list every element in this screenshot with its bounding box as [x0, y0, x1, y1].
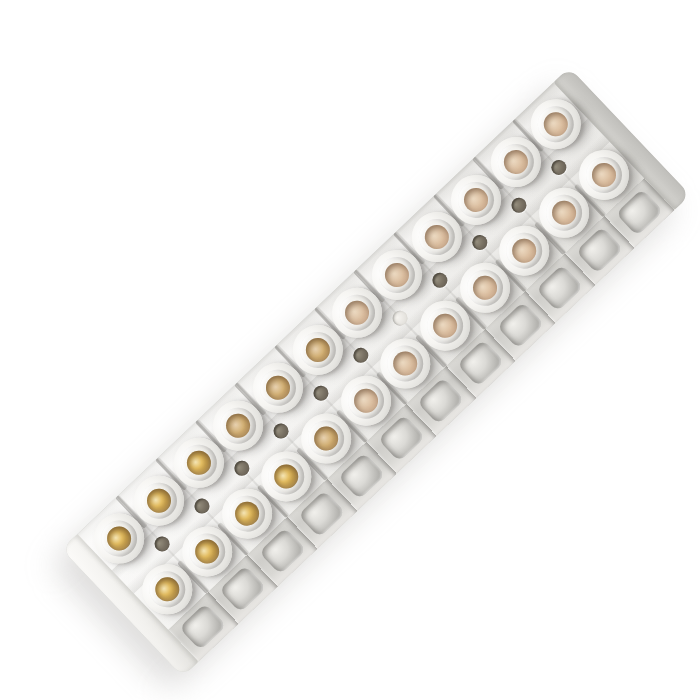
well-mouth [134, 475, 185, 526]
empty-well [349, 384, 383, 418]
product-photo [0, 0, 700, 700]
well-mouth [301, 413, 352, 464]
well-mouth [420, 300, 471, 351]
terminal-towers [80, 85, 644, 629]
well-mouth [371, 249, 422, 300]
well-mouth [142, 564, 193, 615]
brass-screw [261, 371, 295, 405]
empty-well [499, 145, 533, 179]
brass-screw [301, 333, 335, 367]
well-mouth [261, 451, 312, 502]
well-mouth [530, 99, 581, 150]
brass-screw [309, 422, 343, 456]
empty-well [587, 158, 621, 192]
empty-well [388, 346, 422, 380]
brass-screw [142, 484, 176, 518]
well-mouth [411, 212, 462, 263]
well-mouth [499, 225, 550, 276]
well-mouth [340, 376, 391, 427]
well-mouth [213, 400, 264, 451]
well-mouth [94, 513, 145, 564]
well-mouth [451, 174, 502, 225]
brass-screw [151, 572, 185, 606]
well-mouth [182, 526, 233, 577]
brass-screw [230, 497, 264, 531]
well-mouth [490, 137, 541, 188]
terminal-block-strip [62, 67, 691, 677]
empty-well [380, 258, 414, 292]
brass-screw [270, 459, 304, 493]
empty-well [547, 196, 581, 230]
well-mouth [539, 187, 590, 238]
empty-well [340, 296, 374, 330]
well-mouth [332, 287, 383, 338]
brass-screw [190, 535, 224, 569]
empty-well [539, 107, 573, 141]
strip-body [62, 67, 691, 677]
well-mouth [173, 438, 224, 489]
empty-well [459, 183, 493, 217]
well-mouth [459, 263, 510, 314]
well-mouth [380, 338, 431, 389]
well-mouth [253, 362, 304, 413]
well-mouth [578, 150, 629, 201]
empty-well [420, 220, 454, 254]
brass-screw [182, 446, 216, 480]
empty-well [468, 271, 502, 305]
brass-screw [221, 408, 255, 442]
brass-screw [102, 521, 136, 555]
empty-well [428, 309, 462, 343]
well-mouth [221, 488, 272, 539]
empty-well [507, 233, 541, 267]
well-mouth [292, 325, 343, 376]
